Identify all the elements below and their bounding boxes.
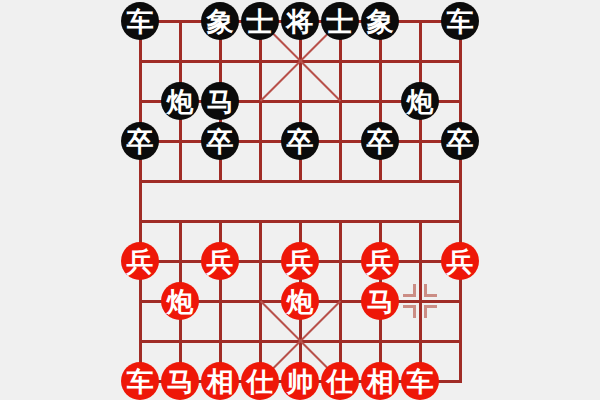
board-file-line <box>139 20 142 383</box>
xiangqi-board[interactable]: 车象士将士象车炮马炮卒卒卒卒卒兵兵兵兵兵炮炮马车马相仕帅仕相车 <box>0 0 600 400</box>
piece-red-soldier[interactable]: 兵 <box>281 242 319 280</box>
screenshot-root: 车象士将士象车炮马炮卒卒卒卒卒兵兵兵兵兵炮炮马车马相仕帅仕相车 <box>0 0 600 400</box>
piece-red-cannon[interactable]: 炮 <box>161 282 199 320</box>
piece-red-chariot[interactable]: 车 <box>401 362 439 400</box>
piece-red-advisor[interactable]: 仕 <box>321 362 359 400</box>
last-move-marker <box>403 305 416 318</box>
piece-red-soldier[interactable]: 兵 <box>121 242 159 280</box>
piece-red-soldier[interactable]: 兵 <box>201 242 239 280</box>
piece-black-elephant[interactable]: 象 <box>201 2 239 40</box>
piece-red-advisor[interactable]: 仕 <box>241 362 279 400</box>
piece-black-soldier[interactable]: 卒 <box>121 122 159 160</box>
piece-black-chariot[interactable]: 车 <box>121 2 159 40</box>
piece-black-chariot[interactable]: 车 <box>441 2 479 40</box>
last-move-marker <box>424 284 437 297</box>
piece-red-cannon[interactable]: 炮 <box>281 282 319 320</box>
piece-black-elephant[interactable]: 象 <box>361 2 399 40</box>
piece-black-general[interactable]: 将 <box>281 2 319 40</box>
piece-red-elephant[interactable]: 相 <box>361 362 399 400</box>
board-file-line <box>419 220 422 383</box>
piece-red-chariot[interactable]: 车 <box>121 362 159 400</box>
last-move-marker <box>424 305 437 318</box>
piece-black-advisor[interactable]: 士 <box>321 2 359 40</box>
last-move-marker <box>403 284 416 297</box>
piece-black-soldier[interactable]: 卒 <box>281 122 319 160</box>
piece-black-advisor[interactable]: 士 <box>241 2 279 40</box>
board-file-line <box>459 20 462 383</box>
piece-red-elephant[interactable]: 相 <box>201 362 239 400</box>
piece-black-cannon[interactable]: 炮 <box>161 82 199 120</box>
piece-red-soldier[interactable]: 兵 <box>361 242 399 280</box>
piece-black-horse[interactable]: 马 <box>201 82 239 120</box>
piece-black-soldier[interactable]: 卒 <box>361 122 399 160</box>
piece-red-horse[interactable]: 马 <box>361 282 399 320</box>
piece-red-soldier[interactable]: 兵 <box>441 242 479 280</box>
piece-black-soldier[interactable]: 卒 <box>201 122 239 160</box>
piece-red-general[interactable]: 帅 <box>281 362 319 400</box>
piece-black-soldier[interactable]: 卒 <box>441 122 479 160</box>
piece-black-cannon[interactable]: 炮 <box>401 82 439 120</box>
piece-red-horse[interactable]: 马 <box>161 362 199 400</box>
